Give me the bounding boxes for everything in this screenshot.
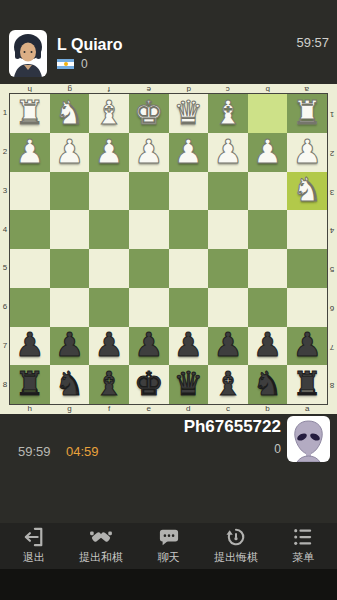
file-label: a [287, 404, 327, 414]
square-f3[interactable] [89, 172, 129, 211]
black-bishop: ♝ [213, 367, 243, 400]
rank-label: 8 [327, 365, 337, 404]
black-knight: ♞ [253, 367, 283, 400]
square-f8[interactable]: ♝ [89, 365, 129, 404]
square-h5[interactable] [10, 249, 50, 288]
black-pawn: ♟ [15, 328, 45, 361]
square-h1[interactable]: ♜ [10, 94, 50, 133]
file-label: b [248, 404, 288, 414]
square-e7[interactable]: ♟ [129, 327, 169, 366]
takeback-icon [225, 527, 247, 547]
square-g7[interactable]: ♟ [50, 327, 90, 366]
rank-label: 3 [327, 172, 337, 211]
white-bishop: ♝ [94, 96, 124, 129]
square-a1[interactable]: ♜ [287, 94, 327, 133]
square-c6[interactable] [208, 288, 248, 327]
file-label: c [208, 404, 248, 414]
square-g1[interactable]: ♞ [50, 94, 90, 133]
square-h7[interactable]: ♟ [10, 327, 50, 366]
player-name: Ph67655722 [184, 417, 281, 437]
square-g4[interactable] [50, 210, 90, 249]
offer-draw-label: 提出和棋 [79, 550, 123, 565]
rank-labels-right: 12345678 [327, 94, 337, 404]
square-g6[interactable] [50, 288, 90, 327]
square-d4[interactable] [169, 210, 209, 249]
square-f4[interactable] [89, 210, 129, 249]
player-clock: 59:59 [18, 444, 51, 459]
file-label: g [50, 404, 90, 414]
exit-label: 退出 [23, 550, 45, 565]
rank-label: 5 [0, 249, 10, 288]
player-move-clock: 04:59 [66, 444, 99, 459]
square-b5[interactable] [248, 249, 288, 288]
file-label: f [89, 404, 129, 414]
square-d5[interactable] [169, 249, 209, 288]
chess-app-screen: L Quiaro 0 59:57 hgfedcba hgfedcba 12345… [0, 0, 337, 600]
rank-label: 4 [327, 210, 337, 249]
square-e1[interactable]: ♚ [129, 94, 169, 133]
white-pawn: ♟ [213, 135, 243, 168]
player-rating: 0 [274, 442, 281, 456]
rank-label: 1 [0, 94, 10, 133]
white-bishop: ♝ [213, 96, 243, 129]
square-d2[interactable]: ♟ [169, 133, 209, 172]
square-d7[interactable]: ♟ [169, 327, 209, 366]
takeback-button[interactable]: 提出悔棋 [202, 523, 269, 569]
board-squares: ♜♞♝♚♛♝♜♟♟♟♟♟♟♟♟♞♟♟♟♟♟♟♟♟♜♞♝♚♛♝♞♜ [10, 94, 327, 404]
rank-label: 6 [0, 288, 10, 327]
black-pawn: ♟ [174, 328, 204, 361]
chat-button[interactable]: 聊天 [135, 523, 202, 569]
black-pawn: ♟ [292, 328, 322, 361]
white-rook: ♜ [15, 96, 45, 129]
opponent-clock: 59:57 [296, 35, 329, 50]
rank-label: 8 [0, 365, 10, 404]
exit-icon [23, 527, 45, 547]
file-label: h [10, 404, 50, 414]
alien-avatar-image [287, 416, 330, 462]
square-f1[interactable]: ♝ [89, 94, 129, 133]
square-b4[interactable] [248, 210, 288, 249]
square-b2[interactable]: ♟ [248, 133, 288, 172]
square-e4[interactable] [129, 210, 169, 249]
bottom-toolbar: 退出 提出和棋 聊天 [0, 523, 337, 569]
opponent-rating: 0 [81, 57, 88, 71]
white-pawn: ♟ [55, 135, 85, 168]
white-pawn: ♟ [174, 135, 204, 168]
square-c4[interactable] [208, 210, 248, 249]
chat-icon [158, 527, 180, 547]
avatar[interactable] [287, 416, 330, 462]
file-label: d [169, 404, 209, 414]
square-e2[interactable]: ♟ [129, 133, 169, 172]
file-label: b [248, 84, 288, 94]
square-a7[interactable]: ♟ [287, 327, 327, 366]
person-avatar-image [9, 30, 47, 77]
white-pawn: ♟ [253, 135, 283, 168]
square-b1[interactable] [248, 94, 288, 133]
black-pawn: ♟ [94, 328, 124, 361]
white-knight: ♞ [55, 96, 85, 129]
square-c3[interactable] [208, 172, 248, 211]
square-c1[interactable]: ♝ [208, 94, 248, 133]
rank-label: 3 [0, 172, 10, 211]
square-h8[interactable]: ♜ [10, 365, 50, 404]
white-knight: ♞ [292, 173, 322, 206]
white-pawn: ♟ [94, 135, 124, 168]
white-queen: ♛ [174, 96, 204, 129]
square-a5[interactable] [287, 249, 327, 288]
avatar[interactable] [9, 30, 47, 77]
menu-button[interactable]: 菜单 [270, 523, 337, 569]
square-a6[interactable] [287, 288, 327, 327]
square-h3[interactable] [10, 172, 50, 211]
square-h2[interactable]: ♟ [10, 133, 50, 172]
footer-area [0, 569, 337, 600]
file-labels-bottom: hgfedcba [10, 404, 327, 414]
square-d1[interactable]: ♛ [169, 94, 209, 133]
square-e5[interactable] [129, 249, 169, 288]
square-e6[interactable] [129, 288, 169, 327]
square-g3[interactable] [50, 172, 90, 211]
black-knight: ♞ [55, 367, 85, 400]
rank-label: 4 [0, 210, 10, 249]
square-g8[interactable]: ♞ [50, 365, 90, 404]
chess-board: hgfedcba hgfedcba 12345678 12345678 ♜♞♝♚… [0, 84, 337, 414]
rank-label: 2 [327, 133, 337, 172]
square-g2[interactable]: ♟ [50, 133, 90, 172]
square-d3[interactable] [169, 172, 209, 211]
white-rook: ♜ [292, 96, 322, 129]
square-d6[interactable] [169, 288, 209, 327]
menu-icon [292, 527, 314, 547]
square-d8[interactable]: ♛ [169, 365, 209, 404]
rank-labels-left: 12345678 [0, 94, 10, 404]
black-pawn: ♟ [134, 328, 164, 361]
black-pawn: ♟ [253, 328, 283, 361]
rank-label: 1 [327, 94, 337, 133]
square-g5[interactable] [50, 249, 90, 288]
square-b6[interactable] [248, 288, 288, 327]
square-f6[interactable] [89, 288, 129, 327]
argentina-flag-icon [57, 59, 74, 70]
square-b7[interactable]: ♟ [248, 327, 288, 366]
square-a3[interactable]: ♞ [287, 172, 327, 211]
square-h4[interactable] [10, 210, 50, 249]
square-f7[interactable]: ♟ [89, 327, 129, 366]
square-c2[interactable]: ♟ [208, 133, 248, 172]
rank-label: 5 [327, 249, 337, 288]
opponent-meta: 0 [57, 58, 88, 70]
square-a4[interactable] [287, 210, 327, 249]
black-pawn: ♟ [213, 328, 243, 361]
square-f2[interactable]: ♟ [89, 133, 129, 172]
square-a2[interactable]: ♟ [287, 133, 327, 172]
rank-label: 7 [0, 327, 10, 366]
white-pawn: ♟ [15, 135, 45, 168]
square-b8[interactable]: ♞ [248, 365, 288, 404]
handshake-icon [89, 527, 113, 547]
black-rook: ♜ [15, 367, 45, 400]
square-a8[interactable]: ♜ [287, 365, 327, 404]
square-e3[interactable] [129, 172, 169, 211]
square-e8[interactable]: ♚ [129, 365, 169, 404]
square-b3[interactable] [248, 172, 288, 211]
takeback-label: 提出悔棋 [214, 550, 258, 565]
black-queen: ♛ [174, 367, 204, 400]
square-f5[interactable] [89, 249, 129, 288]
square-c7[interactable]: ♟ [208, 327, 248, 366]
offer-draw-button[interactable]: 提出和棋 [67, 523, 134, 569]
chat-label: 聊天 [158, 550, 180, 565]
opponent-name: L Quiaro [57, 36, 123, 54]
rank-label: 7 [327, 327, 337, 366]
exit-button[interactable]: 退出 [0, 523, 67, 569]
black-pawn: ♟ [55, 328, 85, 361]
square-c8[interactable]: ♝ [208, 365, 248, 404]
file-label: e [129, 404, 169, 414]
rank-label: 2 [0, 133, 10, 172]
white-pawn: ♟ [134, 135, 164, 168]
white-pawn: ♟ [292, 135, 322, 168]
menu-label: 菜单 [292, 550, 314, 565]
white-king: ♚ [134, 96, 164, 129]
black-bishop: ♝ [94, 367, 124, 400]
square-c5[interactable] [208, 249, 248, 288]
black-rook: ♜ [292, 367, 322, 400]
black-king: ♚ [134, 367, 164, 400]
rank-label: 6 [327, 288, 337, 327]
square-h6[interactable] [10, 288, 50, 327]
